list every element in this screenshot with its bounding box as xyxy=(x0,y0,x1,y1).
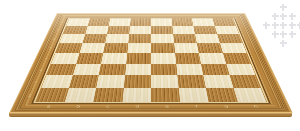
square-c1 xyxy=(93,88,123,102)
square-b2 xyxy=(69,75,99,88)
logo-cross-icon xyxy=(280,40,287,47)
logo-cross-icon xyxy=(289,13,296,20)
square-f6 xyxy=(173,34,197,43)
square-e2 xyxy=(151,75,178,88)
logo-cross-icon xyxy=(289,31,296,38)
file-label-f: f xyxy=(182,104,212,109)
square-a5 xyxy=(55,43,82,53)
square-c2 xyxy=(96,75,125,88)
square-a2 xyxy=(41,75,72,88)
square-b4 xyxy=(76,53,103,64)
board-front-edge xyxy=(9,112,292,117)
logo-cross-icon xyxy=(280,31,287,38)
file-label-g: g xyxy=(211,104,242,109)
square-a7 xyxy=(63,26,88,34)
square-d5 xyxy=(127,43,151,53)
file-label-d: d xyxy=(122,104,152,109)
square-c5 xyxy=(103,43,128,53)
square-g4 xyxy=(199,53,226,64)
file-label-a: a xyxy=(33,104,64,109)
file-label-c: c xyxy=(93,104,123,109)
product-photo: abcdefgh12345678 xyxy=(0,0,300,131)
square-a3 xyxy=(46,64,76,76)
logo-cross-icon xyxy=(289,22,296,29)
square-a4 xyxy=(51,53,79,64)
square-g3 xyxy=(201,64,229,76)
logo-cross-icon xyxy=(297,22,300,29)
square-e1 xyxy=(151,88,180,102)
file-label-b: b xyxy=(63,104,94,109)
logo-cross-icon xyxy=(272,13,279,20)
square-d2 xyxy=(124,75,151,88)
square-b7 xyxy=(85,26,109,34)
square-c7 xyxy=(107,26,130,34)
retailer-logo xyxy=(263,1,300,47)
square-h2 xyxy=(229,75,260,88)
square-h5 xyxy=(220,43,247,53)
file-label-e: e xyxy=(152,104,182,109)
square-d7 xyxy=(129,26,151,34)
chess-board: abcdefgh12345678 xyxy=(9,13,292,113)
square-e4 xyxy=(151,53,176,64)
square-h6 xyxy=(217,34,243,43)
square-e3 xyxy=(151,64,177,76)
square-f8 xyxy=(171,18,193,26)
square-e8 xyxy=(151,18,172,26)
square-d3 xyxy=(125,64,151,76)
square-b3 xyxy=(73,64,101,76)
logo-cross-icon xyxy=(272,31,279,38)
square-e7 xyxy=(151,26,173,34)
square-h8 xyxy=(212,18,236,26)
square-b6 xyxy=(82,34,107,43)
square-b5 xyxy=(79,43,105,53)
square-d8 xyxy=(130,18,151,26)
square-a6 xyxy=(59,34,85,43)
logo-cross-icon xyxy=(263,22,270,29)
square-f3 xyxy=(176,64,203,76)
square-a8 xyxy=(66,18,90,26)
square-d1 xyxy=(122,88,151,102)
square-f7 xyxy=(172,26,195,34)
square-d4 xyxy=(126,53,151,64)
playing-field xyxy=(36,18,266,101)
file-label-h: h xyxy=(240,104,271,109)
square-g7 xyxy=(193,26,217,34)
square-h4 xyxy=(223,53,251,64)
square-f2 xyxy=(177,75,206,88)
logo-cross-icon xyxy=(280,4,287,11)
square-g2 xyxy=(203,75,233,88)
square-c8 xyxy=(109,18,131,26)
square-f5 xyxy=(174,43,199,53)
square-a1 xyxy=(36,88,69,102)
square-h1 xyxy=(233,88,266,102)
logo-cross-icon xyxy=(280,13,287,20)
square-e5 xyxy=(151,43,175,53)
square-f4 xyxy=(175,53,201,64)
square-g6 xyxy=(195,34,220,43)
square-h7 xyxy=(215,26,240,34)
square-b8 xyxy=(87,18,110,26)
square-c6 xyxy=(105,34,129,43)
logo-cross-icon xyxy=(280,22,287,29)
square-d6 xyxy=(128,34,151,43)
square-h3 xyxy=(226,64,256,76)
square-g8 xyxy=(192,18,215,26)
logo-cross-icon xyxy=(272,22,279,29)
square-e6 xyxy=(151,34,174,43)
square-f1 xyxy=(178,88,208,102)
square-g1 xyxy=(206,88,238,102)
square-c3 xyxy=(99,64,126,76)
square-c4 xyxy=(101,53,127,64)
square-g5 xyxy=(197,43,223,53)
square-b1 xyxy=(65,88,97,102)
